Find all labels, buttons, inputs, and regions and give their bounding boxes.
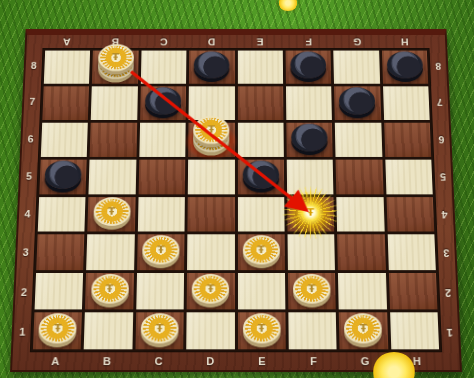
rank-label-right-6: 6 xyxy=(433,120,451,157)
square-a4[interactable] xyxy=(38,197,86,232)
rank-label-right-3: 3 xyxy=(437,234,455,273)
file-label-bottom-c: C xyxy=(133,352,185,370)
white-king-b8[interactable] xyxy=(97,44,134,79)
square-e2[interactable] xyxy=(237,273,285,309)
square-c2[interactable] xyxy=(136,273,184,309)
moon-disc xyxy=(45,160,83,188)
square-f1[interactable] xyxy=(288,312,337,349)
square-f6[interactable] xyxy=(286,122,333,156)
square-b4[interactable] xyxy=(88,197,136,232)
square-c3[interactable] xyxy=(137,235,185,271)
black-man-a5[interactable] xyxy=(45,160,83,188)
white-man-c1[interactable] xyxy=(140,313,178,343)
sun-disc xyxy=(142,236,180,265)
square-f8[interactable] xyxy=(285,51,331,84)
square-b3[interactable] xyxy=(86,235,134,271)
black-man-e5[interactable] xyxy=(242,160,279,188)
square-a3[interactable] xyxy=(36,235,85,271)
sun-disc xyxy=(91,274,129,304)
square-b2[interactable] xyxy=(85,273,134,309)
rank-label-left-8: 8 xyxy=(25,48,43,84)
board-grid xyxy=(30,48,442,352)
rank-label-right-2: 2 xyxy=(439,273,457,313)
square-b7[interactable] xyxy=(91,86,138,120)
white-man-e1[interactable] xyxy=(243,313,281,343)
grid-area xyxy=(30,48,442,352)
sun-disc xyxy=(243,236,280,265)
file-label-top-e: E xyxy=(236,35,284,48)
square-b6[interactable] xyxy=(90,122,137,156)
square-d8[interactable] xyxy=(189,51,235,84)
moon-disc xyxy=(242,160,279,188)
sun-disc xyxy=(243,313,281,343)
square-b8[interactable] xyxy=(92,51,138,84)
square-d3[interactable] xyxy=(187,235,234,271)
sun-disc xyxy=(193,116,229,144)
white-man-e3[interactable] xyxy=(243,236,280,265)
rank-label-right-8: 8 xyxy=(430,48,448,84)
rank-label-left-7: 7 xyxy=(23,84,41,121)
square-a2[interactable] xyxy=(35,273,84,309)
scene: ABCDEFGH 87654321 87654321 ABCDEFGH xyxy=(0,0,474,378)
black-man-g7[interactable] xyxy=(339,87,376,114)
moon-disc xyxy=(290,51,326,78)
file-label-top-h: H xyxy=(381,35,430,48)
square-g1[interactable] xyxy=(339,312,388,349)
square-c8[interactable] xyxy=(141,51,187,84)
white-man-f2[interactable] xyxy=(293,274,331,304)
square-h7[interactable] xyxy=(383,86,430,120)
square-h1[interactable] xyxy=(390,312,439,349)
rank-label-left-2: 2 xyxy=(15,273,33,313)
file-label-bottom-f: F xyxy=(288,352,340,370)
square-d4[interactable] xyxy=(188,197,235,232)
sun-disc xyxy=(140,313,178,343)
board-middle: 87654321 87654321 xyxy=(13,48,459,352)
file-label-top-g: G xyxy=(332,35,381,48)
square-a1[interactable] xyxy=(33,312,82,349)
rank-label-right-5: 5 xyxy=(434,158,452,196)
rank-label-left-6: 6 xyxy=(22,120,40,157)
square-a7[interactable] xyxy=(42,86,89,120)
square-c4[interactable] xyxy=(138,197,185,232)
square-a8[interactable] xyxy=(44,51,91,84)
sun-disc xyxy=(293,274,331,304)
square-e7[interactable] xyxy=(237,86,283,120)
moon-disc xyxy=(145,87,181,114)
square-e5[interactable] xyxy=(237,159,284,194)
square-e1[interactable] xyxy=(237,312,285,349)
sun-disc xyxy=(192,274,230,304)
black-man-c7[interactable] xyxy=(145,87,181,114)
square-c7[interactable] xyxy=(140,86,186,120)
sun-disc xyxy=(38,313,77,343)
moon-disc xyxy=(339,87,376,114)
file-label-bottom-b: B xyxy=(81,352,133,370)
white-man-b4[interactable] xyxy=(93,198,131,227)
moon-disc xyxy=(386,51,423,78)
file-label-bottom-a: A xyxy=(29,352,81,370)
white-king-d6[interactable] xyxy=(193,116,229,152)
rank-label-left-4: 4 xyxy=(18,195,36,233)
square-h6[interactable] xyxy=(384,122,431,156)
square-f2[interactable] xyxy=(288,273,336,309)
square-g8[interactable] xyxy=(334,51,380,84)
square-g4[interactable] xyxy=(337,197,385,232)
destination-glow-f4 xyxy=(280,186,341,240)
square-d5[interactable] xyxy=(188,159,235,194)
file-label-top-d: D xyxy=(188,35,236,48)
square-h2[interactable] xyxy=(389,273,438,309)
square-g5[interactable] xyxy=(336,159,383,194)
rank-label-right-7: 7 xyxy=(431,84,449,121)
moon-disc xyxy=(291,123,328,151)
square-d7[interactable] xyxy=(189,86,235,120)
square-a5[interactable] xyxy=(39,159,87,194)
rank-label-left-3: 3 xyxy=(16,234,34,273)
checkers-board: ABCDEFGH 87654321 87654321 ABCDEFGH xyxy=(10,29,462,372)
rank-label-left-5: 5 xyxy=(20,158,38,196)
square-c6[interactable] xyxy=(139,122,186,156)
file-label-bottom-d: D xyxy=(184,352,236,370)
square-a6[interactable] xyxy=(41,122,88,156)
square-g6[interactable] xyxy=(335,122,382,156)
board-perspective-wrap: ABCDEFGH 87654321 87654321 ABCDEFGH xyxy=(10,29,462,372)
square-h4[interactable] xyxy=(386,197,434,232)
moon-disc xyxy=(194,51,230,78)
sun-disc xyxy=(93,198,131,227)
white-man-b2[interactable] xyxy=(91,274,129,304)
white-man-g1[interactable] xyxy=(344,313,382,343)
square-g3[interactable] xyxy=(337,235,385,271)
sun-disc xyxy=(344,313,382,343)
black-man-h8[interactable] xyxy=(386,51,423,78)
square-h3[interactable] xyxy=(387,235,436,271)
square-f7[interactable] xyxy=(286,86,332,120)
square-e4[interactable] xyxy=(237,197,284,232)
file-label-top-f: F xyxy=(284,35,333,48)
square-c1[interactable] xyxy=(135,312,184,349)
black-man-f8[interactable] xyxy=(290,51,326,78)
file-label-top-a: A xyxy=(42,35,91,48)
square-e6[interactable] xyxy=(237,122,283,156)
file-label-bottom-e: E xyxy=(236,352,288,370)
square-h5[interactable] xyxy=(385,159,433,194)
square-g2[interactable] xyxy=(338,273,387,309)
square-d2[interactable] xyxy=(187,273,235,309)
file-label-top-c: C xyxy=(139,35,188,48)
white-man-a1[interactable] xyxy=(38,313,77,343)
black-man-d8[interactable] xyxy=(194,51,230,78)
square-h8[interactable] xyxy=(382,51,429,84)
square-c5[interactable] xyxy=(138,159,185,194)
square-b1[interactable] xyxy=(84,312,133,349)
square-g7[interactable] xyxy=(334,86,381,120)
square-f4[interactable] xyxy=(287,197,334,232)
rank-label-left-1: 1 xyxy=(13,312,32,352)
dandelion-flower-top xyxy=(278,0,298,11)
black-man-f6[interactable] xyxy=(291,123,328,151)
rank-label-right-1: 1 xyxy=(441,312,460,352)
square-b5[interactable] xyxy=(89,159,136,194)
square-e3[interactable] xyxy=(237,235,284,271)
white-man-d2[interactable] xyxy=(192,274,230,304)
rank-label-right-4: 4 xyxy=(436,195,454,233)
square-d6[interactable] xyxy=(188,122,234,156)
square-e8[interactable] xyxy=(237,51,283,84)
white-man-c3[interactable] xyxy=(142,236,180,265)
square-d1[interactable] xyxy=(186,312,234,349)
